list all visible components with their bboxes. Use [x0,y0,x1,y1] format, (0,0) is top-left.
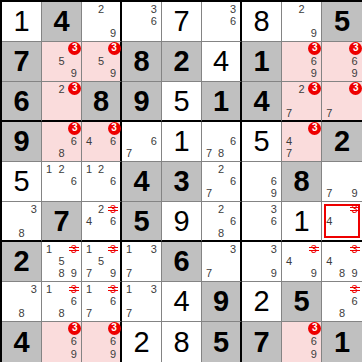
candidate-slot-1 [3,283,15,295]
candidate-slot-5: 5 [95,255,107,267]
solved-digit: 8 [162,322,201,362]
cell-r8c5[interactable]: 4 [162,282,202,322]
candidate-slot-6: 6 [68,295,80,307]
candidate-grid: 34 [322,202,362,240]
red-circled-candidate: 3 [308,82,321,95]
candidate-slot-6: 6 [148,135,160,147]
cell-r7c6[interactable]: 37 [202,242,242,282]
candidate-slot-8 [215,188,227,200]
candidate-slot-6 [68,55,80,67]
candidate-grid: 38 [2,282,41,321]
candidate-grid: 126 [82,162,120,201]
candidate-slot-1 [203,3,215,15]
cell-r6c7[interactable]: 36 [242,202,282,242]
red-circled-candidate: 3 [308,122,321,135]
candidate-slot-4: 4 [323,255,336,267]
candidate-slot-1 [323,43,336,55]
cell-r3c3[interactable]: 8 [82,82,122,122]
cell-r3c8[interactable]: 237 [282,82,322,122]
given-digit: 9 [202,282,240,321]
cell-r2c9[interactable]: 369 [322,42,362,82]
given-digit: 1 [322,322,362,362]
sudoku-board: 1429367368295735935982413693696238951423… [0,0,362,362]
cell-r9c2[interactable]: 369 [42,322,82,362]
cell-r8c1[interactable]: 38 [2,282,42,322]
candidate-slot-7 [283,68,295,80]
candidate-4: 4 [86,136,92,147]
candidate-slot-5: 5 [55,55,67,67]
candidate-slot-7: 7 [203,268,215,280]
candidate-slot-8 [336,227,349,239]
cell-r8c9[interactable]: 368 [322,282,362,322]
candidate-slot-3: 3 [268,203,280,215]
candidate-8: 8 [18,228,24,239]
cell-r4c7[interactable]: 5 [242,122,282,162]
candidate-6: 6 [230,176,236,187]
cell-r6c3[interactable]: 2346 [82,202,122,242]
cell-r5c1[interactable]: 5 [2,162,42,202]
candidate-slot-7 [123,28,135,40]
candidate-slot-7: 7 [323,107,336,119]
cell-r1c7[interactable]: 8 [242,2,282,42]
cell-r8c6[interactable]: 9 [202,282,242,322]
cell-r7c2[interactable]: 13589 [42,242,82,282]
candidate-slot-8: 8 [55,308,67,320]
cell-r6c1[interactable]: 38 [2,202,42,242]
candidate-slot-7 [83,188,95,200]
candidate-slot-8: 8 [336,308,349,320]
candidate-slot-9: 9 [348,68,361,80]
candidate-slot-9: 9 [107,348,119,361]
candidate-2: 2 [218,164,224,175]
candidate-slot-2: 2 [55,163,67,175]
cell-r1c9[interactable]: 5 [322,2,362,42]
candidate-grid: 39 [242,242,281,281]
candidate-slot-8: 8 [336,268,349,280]
candidate-slot-5 [336,95,349,107]
candidate-slot-9 [348,308,361,320]
candidate-slot-4 [203,215,215,227]
candidate-slot-2 [336,243,349,255]
candidate-9: 9 [352,188,358,199]
candidate-slot-1 [283,323,295,336]
candidate-slot-3: 3 [68,323,80,336]
candidate-slot-8 [55,188,67,200]
candidate-slot-5 [55,336,67,349]
cell-r8c4[interactable]: 137 [122,282,162,322]
cell-r3c6[interactable]: 1 [202,82,242,122]
candidate-3: 3 [230,244,236,255]
candidate-slot-6: 6 [107,175,119,187]
candidate-2: 2 [98,164,104,175]
cell-r3c9[interactable]: 37 [322,82,362,122]
cell-r8c3[interactable]: 1367 [82,282,122,322]
cell-r9c6[interactable]: 5 [202,322,242,362]
cell-r9c3[interactable]: 369 [82,322,122,362]
cell-r5c2[interactable]: 126 [42,162,82,202]
candidate-slot-9 [148,148,160,160]
candidate-slot-9 [148,308,160,320]
cell-r5c5[interactable]: 3 [162,162,202,202]
candidate-slot-2 [215,123,227,135]
candidate-slot-2 [55,323,67,336]
cell-r6c2[interactable]: 7 [42,202,82,242]
candidate-9: 9 [71,68,77,79]
cell-r7c8[interactable]: 349 [282,242,322,282]
candidate-slot-4 [123,135,135,147]
cell-r1c5[interactable]: 7 [162,2,202,42]
candidate-9: 9 [311,349,317,360]
candidate-grid: 126 [42,162,81,201]
candidate-slot-1 [323,243,336,255]
candidate-slot-4 [323,175,336,187]
candidate-slot-1: 1 [123,243,135,255]
candidate-grid: 137 [122,282,161,321]
candidate-grid: 1367 [82,282,120,321]
candidate-slot-4 [203,135,215,147]
candidate-slot-6: 6 [107,295,119,307]
candidate-4: 4 [326,216,332,227]
candidate-slot-9 [227,188,239,200]
candidate-slot-8: 8 [55,268,67,280]
cell-r5c7[interactable]: 69 [242,162,282,202]
cell-r1c3[interactable]: 29 [82,2,122,42]
cell-r7c9[interactable]: 3489 [322,242,362,282]
candidate-slot-9 [107,227,119,239]
cell-r9c9[interactable]: 1 [322,322,362,362]
candidate-slot-3: 3 [148,243,160,255]
candidate-slot-7 [43,268,55,280]
candidate-8: 8 [18,308,24,319]
candidate-slot-2 [215,243,227,255]
candidate-slot-1 [283,83,295,95]
cell-r2c6[interactable]: 4 [202,42,242,82]
candidate-slot-2 [135,123,147,135]
candidate-slot-8 [95,148,107,160]
candidate-6: 6 [71,296,77,307]
candidate-slot-5 [95,336,107,349]
candidate-slot-2 [55,283,67,295]
cell-r1c4[interactable]: 36 [122,2,162,42]
candidate-slot-9: 9 [268,188,280,200]
candidate-slot-3: 3 [308,43,320,55]
candidate-slot-1 [243,243,255,255]
cell-r9c5[interactable]: 8 [162,322,202,362]
candidate-slot-6 [308,95,320,107]
red-circled-candidate: 3 [68,322,81,335]
candidate-slot-2 [255,243,267,255]
candidate-slot-4 [323,295,336,307]
candidate-2: 2 [98,4,104,15]
candidate-slot-9 [227,148,239,160]
cell-r8c2[interactable]: 1368 [42,282,82,322]
candidate-slot-8 [95,188,107,200]
candidate-slot-2 [95,243,107,255]
candidate-slot-3 [268,163,280,175]
cell-r9c4[interactable]: 2 [122,322,162,362]
cell-r4c8[interactable]: 347 [282,122,322,162]
cell-r5c8[interactable]: 8 [282,162,322,202]
candidate-7: 7 [126,148,132,159]
cell-r7c5[interactable]: 6 [162,242,202,282]
given-digit: 2 [2,242,41,281]
candidate-slot-5 [215,135,227,147]
candidate-slot-6: 6 [227,135,239,147]
given-digit: 3 [162,162,201,201]
candidate-1: 1 [86,284,92,295]
cell-r4c6[interactable]: 678 [202,122,242,162]
candidate-slot-7 [203,227,215,239]
cell-r3c1[interactable]: 6 [2,82,42,122]
candidate-slot-4 [43,255,55,267]
candidate-slot-7: 7 [323,188,336,200]
candidate-slot-4: 4 [323,215,336,227]
cell-r6c8[interactable]: 1 [282,202,322,242]
candidate-slot-5 [95,135,107,147]
candidate-slot-2 [215,3,227,15]
candidate-slot-9 [268,227,280,239]
cell-r8c8[interactable]: 5 [282,282,322,322]
candidate-slot-1 [283,243,295,255]
red-struck-candidate: 3 [352,284,358,295]
cell-r7c4[interactable]: 137 [122,242,162,282]
cell-r1c1[interactable]: 1 [2,2,42,42]
candidate-slot-6 [348,215,361,227]
candidate-9: 9 [71,268,77,279]
cell-r5c4[interactable]: 4 [122,162,162,202]
candidate-slot-4 [43,95,55,107]
cell-r2c5[interactable]: 2 [162,42,202,82]
candidate-6: 6 [110,296,116,307]
candidate-slot-2 [55,243,67,255]
candidate-slot-2: 2 [215,163,227,175]
solved-digit: 5 [162,82,201,120]
candidate-slot-8 [135,268,147,280]
candidate-slot-9 [28,308,40,320]
candidate-slot-8 [135,28,147,40]
candidate-slot-7 [243,268,255,280]
given-digit: 5 [122,202,161,240]
candidate-slot-1: 1 [43,163,55,175]
given-digit: 8 [122,42,161,81]
candidate-slot-3: 3 [107,323,119,336]
candidate-slot-3: 3 [107,283,119,295]
candidate-3: 3 [151,284,157,295]
candidate-slot-3 [227,203,239,215]
candidate-slot-7 [83,148,95,160]
candidate-slot-8 [95,68,107,80]
candidate-slot-4 [123,15,135,27]
red-struck-candidate: 3 [110,244,116,255]
candidate-slot-3 [68,163,80,175]
candidate-slot-9: 9 [308,68,320,80]
cell-r7c3[interactable]: 13579 [82,242,122,282]
candidate-6: 6 [110,216,116,227]
candidate-slot-3: 3 [68,283,80,295]
candidate-slot-4: 4 [283,135,295,147]
candidate-slot-1 [123,3,135,15]
cell-r6c5[interactable]: 9 [162,202,202,242]
cell-r9c1[interactable]: 4 [2,322,42,362]
candidate-slot-9: 9 [308,348,320,361]
candidate-slot-5: 5 [95,55,107,67]
candidate-slot-5 [336,215,349,227]
candidate-slot-7: 7 [123,268,135,280]
candidate-grid: 37 [322,82,362,120]
cell-r4c4[interactable]: 67 [122,122,162,162]
cell-r3c4[interactable]: 9 [122,82,162,122]
candidate-slot-8: 8 [215,227,227,239]
cell-r9c8[interactable]: 369 [282,322,322,362]
candidate-slot-4 [283,15,295,27]
candidate-8: 8 [218,228,224,239]
candidate-slot-6: 6 [308,55,320,67]
cell-r1c8[interactable]: 29 [282,2,322,42]
candidate-slot-5 [255,215,267,227]
cell-r2c3[interactable]: 359 [82,42,122,82]
candidate-slot-8 [295,68,307,80]
candidate-slot-2 [95,323,107,336]
cell-r7c1[interactable]: 2 [2,242,42,282]
candidate-slot-8 [336,68,349,80]
candidate-slot-5 [295,255,307,267]
candidate-7: 7 [286,148,292,159]
candidate-5: 5 [98,256,104,267]
given-digit: 9 [122,82,161,120]
candidate-slot-3: 3 [348,283,361,295]
candidate-slot-6 [348,175,361,187]
cell-r2c8[interactable]: 369 [282,42,322,82]
candidate-slot-1 [203,163,215,175]
candidate-7: 7 [86,308,92,319]
candidate-slot-6: 6 [268,215,280,227]
candidate-slot-2 [135,3,147,15]
candidate-6: 6 [352,296,358,307]
candidate-slot-9 [68,148,80,160]
cell-r4c9[interactable]: 2 [322,122,362,162]
candidate-slot-9: 9 [348,188,361,200]
candidate-slot-1 [83,323,95,336]
candidate-slot-4 [43,175,55,187]
candidate-slot-2 [295,243,307,255]
candidate-slot-1 [3,203,15,215]
red-circled-candidate: 3 [108,322,121,335]
candidate-grid: 36 [122,2,161,41]
cell-r3c5[interactable]: 5 [162,82,202,122]
cell-r6c4[interactable]: 5 [122,202,162,242]
candidate-9: 9 [352,68,358,79]
cell-r6c6[interactable]: 268 [202,202,242,242]
candidate-6: 6 [110,336,116,347]
candidate-slot-6 [268,255,280,267]
candidate-slot-5 [215,255,227,267]
candidate-slot-6: 6 [107,135,119,147]
cell-r4c2[interactable]: 368 [42,122,82,162]
candidate-grid: 678 [202,122,240,161]
candidate-4: 4 [286,136,292,147]
candidate-slot-9 [107,188,119,200]
candidate-slot-5 [255,255,267,267]
candidate-slot-5 [135,135,147,147]
cell-r5c9[interactable]: 79 [322,162,362,202]
candidate-slot-3: 3 [268,243,280,255]
cell-r7c7[interactable]: 39 [242,242,282,282]
candidate-slot-7 [43,308,55,320]
candidate-grid: 368 [322,282,362,321]
cell-r9c7[interactable]: 7 [242,322,282,362]
cell-r2c7[interactable]: 1 [242,42,282,82]
red-struck-candidate: 3 [311,244,317,255]
red-struck-candidate: 3 [352,204,358,215]
cell-r1c6[interactable]: 36 [202,2,242,42]
candidate-slot-4 [283,336,295,349]
candidate-slot-9 [308,148,320,160]
cell-r2c1[interactable]: 7 [2,42,42,82]
candidate-grid: 359 [82,42,120,81]
cell-r4c1[interactable]: 9 [2,122,42,162]
candidate-slot-4 [83,55,95,67]
cell-r2c2[interactable]: 359 [42,42,82,82]
cell-r5c3[interactable]: 126 [82,162,122,202]
candidate-slot-5 [295,95,307,107]
candidate-grid: 369 [322,42,362,81]
cell-r1c2[interactable]: 4 [42,2,82,42]
given-digit: 7 [242,322,281,362]
candidate-slot-7 [43,68,55,80]
candidate-slot-4 [83,255,95,267]
cell-r8c7[interactable]: 2 [242,282,282,322]
cell-r4c5[interactable]: 1 [162,122,202,162]
candidate-slot-5 [255,175,267,187]
candidate-slot-2 [295,43,307,55]
red-circled-candidate: 3 [108,42,121,55]
candidate-6: 6 [352,56,358,67]
candidate-slot-8: 8 [15,227,27,239]
red-struck-candidate: 3 [352,244,358,255]
candidate-8: 8 [339,268,345,279]
cell-r2c4[interactable]: 8 [122,42,162,82]
cell-r3c7[interactable]: 4 [242,82,282,122]
candidate-slot-5 [295,135,307,147]
candidate-slot-8 [55,348,67,361]
cell-r4c3[interactable]: 346 [82,122,122,162]
given-digit: 4 [242,82,281,120]
candidate-slot-9: 9 [68,268,80,280]
candidate-slot-6: 6 [148,15,160,27]
cell-r3c2[interactable]: 23 [42,82,82,122]
candidate-slot-1 [283,43,295,55]
cell-r5c6[interactable]: 267 [202,162,242,202]
candidate-grid: 237 [282,82,321,120]
candidate-slot-6 [348,255,361,267]
candidate-grid: 29 [82,2,120,41]
candidate-1: 1 [46,164,52,175]
candidate-grid: 79 [322,162,362,201]
cell-r6c9[interactable]: 34 [322,202,362,242]
candidate-slot-8: 8 [55,148,67,160]
solved-digit: 1 [2,2,41,41]
candidate-slot-9 [227,268,239,280]
candidate-slot-6 [348,95,361,107]
candidate-slot-1: 1 [83,243,95,255]
candidate-slot-6: 6 [68,336,80,349]
candidate-grid: 3489 [322,242,362,281]
candidate-slot-3: 3 [348,203,361,215]
candidate-slot-1 [243,163,255,175]
candidate-slot-7 [283,28,295,40]
candidate-3: 3 [31,284,37,295]
candidate-6: 6 [71,136,77,147]
